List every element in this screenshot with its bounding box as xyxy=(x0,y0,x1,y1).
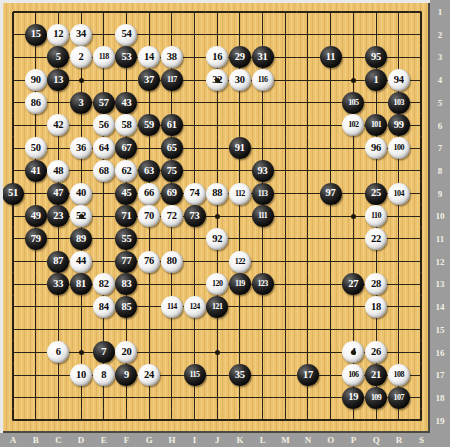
intersection-D6[interactable] xyxy=(70,114,93,137)
intersection-O18[interactable] xyxy=(319,386,342,409)
intersection-J6[interactable] xyxy=(206,114,229,137)
intersection-E15[interactable] xyxy=(92,318,115,341)
intersection-Q2[interactable] xyxy=(365,23,388,46)
intersection-L16[interactable] xyxy=(251,341,274,364)
intersection-G12[interactable]: 76 xyxy=(138,250,161,273)
intersection-A10[interactable] xyxy=(2,205,25,228)
intersection-R12[interactable] xyxy=(387,250,410,273)
intersection-C2[interactable]: 12 xyxy=(47,23,70,46)
intersection-K16[interactable] xyxy=(229,341,252,364)
intersection-N11[interactable] xyxy=(297,228,320,251)
intersection-O5[interactable] xyxy=(319,91,342,114)
intersection-D2[interactable]: 34 xyxy=(70,23,93,46)
intersection-I17[interactable]: 115 xyxy=(183,364,206,387)
intersection-E3[interactable]: 118 xyxy=(92,46,115,69)
intersection-I16[interactable] xyxy=(183,341,206,364)
intersection-Q4[interactable]: 1 xyxy=(365,69,388,92)
intersection-L7[interactable] xyxy=(251,137,274,160)
intersection-P5[interactable]: 105 xyxy=(342,91,365,114)
intersection-F10[interactable]: 71 xyxy=(115,205,138,228)
intersection-R5[interactable]: 103 xyxy=(387,91,410,114)
intersection-F12[interactable]: 77 xyxy=(115,250,138,273)
intersection-D1[interactable] xyxy=(70,1,93,24)
intersection-D18[interactable] xyxy=(70,386,93,409)
intersection-P6[interactable]: 102 xyxy=(342,114,365,137)
intersection-P2[interactable] xyxy=(342,23,365,46)
intersection-H11[interactable] xyxy=(160,228,183,251)
intersection-F19[interactable] xyxy=(115,409,138,432)
intersection-I1[interactable] xyxy=(183,1,206,24)
intersection-N5[interactable] xyxy=(297,91,320,114)
intersection-E17[interactable]: 8 xyxy=(92,364,115,387)
intersection-G15[interactable] xyxy=(138,318,161,341)
intersection-O2[interactable] xyxy=(319,23,342,46)
intersection-K11[interactable] xyxy=(229,228,252,251)
intersection-I5[interactable] xyxy=(183,91,206,114)
intersection-Q18[interactable]: 109 xyxy=(365,386,388,409)
intersection-M2[interactable] xyxy=(274,23,297,46)
intersection-N7[interactable] xyxy=(297,137,320,160)
intersection-J2[interactable] xyxy=(206,23,229,46)
intersection-P10[interactable] xyxy=(342,205,365,228)
intersection-A13[interactable] xyxy=(2,273,25,296)
intersection-C5[interactable] xyxy=(47,91,70,114)
intersection-D8[interactable] xyxy=(70,159,93,182)
intersection-M6[interactable] xyxy=(274,114,297,137)
intersection-D16[interactable] xyxy=(70,341,93,364)
intersection-D17[interactable]: 10 xyxy=(70,364,93,387)
intersection-L12[interactable] xyxy=(251,250,274,273)
intersection-O17[interactable] xyxy=(319,364,342,387)
intersection-O11[interactable] xyxy=(319,228,342,251)
intersection-P8[interactable] xyxy=(342,159,365,182)
intersection-P11[interactable] xyxy=(342,228,365,251)
intersection-P14[interactable] xyxy=(342,296,365,319)
intersection-K18[interactable] xyxy=(229,386,252,409)
intersection-P19[interactable] xyxy=(342,409,365,432)
intersection-I2[interactable] xyxy=(183,23,206,46)
intersection-C3[interactable]: 5 xyxy=(47,46,70,69)
intersection-Q14[interactable]: 18 xyxy=(365,296,388,319)
intersection-H6[interactable]: 61 xyxy=(160,114,183,137)
intersection-I7[interactable] xyxy=(183,137,206,160)
intersection-H8[interactable]: 75 xyxy=(160,159,183,182)
intersection-B1[interactable] xyxy=(24,1,47,24)
intersection-H7[interactable]: 65 xyxy=(160,137,183,160)
intersection-H18[interactable] xyxy=(160,386,183,409)
intersection-A9[interactable]: 51 xyxy=(2,182,25,205)
intersection-A8[interactable] xyxy=(2,159,25,182)
intersection-O1[interactable] xyxy=(319,1,342,24)
intersection-A3[interactable] xyxy=(2,46,25,69)
intersection-L1[interactable] xyxy=(251,1,274,24)
intersection-F2[interactable]: 54 xyxy=(115,23,138,46)
intersection-O9[interactable]: 97 xyxy=(319,182,342,205)
intersection-M5[interactable] xyxy=(274,91,297,114)
intersection-N10[interactable] xyxy=(297,205,320,228)
intersection-N2[interactable] xyxy=(297,23,320,46)
intersection-B18[interactable] xyxy=(24,386,47,409)
intersection-K15[interactable] xyxy=(229,318,252,341)
intersection-F16[interactable]: 20 xyxy=(115,341,138,364)
intersection-C19[interactable] xyxy=(47,409,70,432)
intersection-I8[interactable] xyxy=(183,159,206,182)
intersection-B19[interactable] xyxy=(24,409,47,432)
intersection-C17[interactable] xyxy=(47,364,70,387)
intersection-F14[interactable]: 85 xyxy=(115,296,138,319)
intersection-C10[interactable]: 23 xyxy=(47,205,70,228)
intersection-J10[interactable] xyxy=(206,205,229,228)
intersection-N4[interactable] xyxy=(297,69,320,92)
intersection-H17[interactable] xyxy=(160,364,183,387)
intersection-G16[interactable] xyxy=(138,341,161,364)
intersection-C6[interactable]: 42 xyxy=(47,114,70,137)
intersection-D3[interactable]: 2 xyxy=(70,46,93,69)
intersection-R19[interactable] xyxy=(387,409,410,432)
intersection-G19[interactable] xyxy=(138,409,161,432)
intersection-L19[interactable] xyxy=(251,409,274,432)
intersection-P18[interactable]: 19 xyxy=(342,386,365,409)
intersection-A19[interactable] xyxy=(2,409,25,432)
intersection-D4[interactable] xyxy=(70,69,93,92)
intersection-Q17[interactable]: 21 xyxy=(365,364,388,387)
intersection-R11[interactable] xyxy=(387,228,410,251)
intersection-I4[interactable] xyxy=(183,69,206,92)
intersection-L10[interactable]: 111 xyxy=(251,205,274,228)
intersection-K5[interactable] xyxy=(229,91,252,114)
intersection-N6[interactable] xyxy=(297,114,320,137)
intersection-I6[interactable] xyxy=(183,114,206,137)
intersection-G11[interactable] xyxy=(138,228,161,251)
intersection-M16[interactable] xyxy=(274,341,297,364)
intersection-L5[interactable] xyxy=(251,91,274,114)
intersection-M13[interactable] xyxy=(274,273,297,296)
intersection-K14[interactable] xyxy=(229,296,252,319)
intersection-F1[interactable] xyxy=(115,1,138,24)
intersection-J12[interactable] xyxy=(206,250,229,273)
intersection-J9[interactable]: 88 xyxy=(206,182,229,205)
intersection-K12[interactable]: 122 xyxy=(229,250,252,273)
intersection-R18[interactable]: 107 xyxy=(387,386,410,409)
intersection-P1[interactable] xyxy=(342,1,365,24)
intersection-B6[interactable] xyxy=(24,114,47,137)
intersection-I19[interactable] xyxy=(183,409,206,432)
intersection-G6[interactable]: 59 xyxy=(138,114,161,137)
intersection-E4[interactable] xyxy=(92,69,115,92)
intersection-M11[interactable] xyxy=(274,228,297,251)
intersection-B11[interactable]: 79 xyxy=(24,228,47,251)
intersection-R3[interactable] xyxy=(387,46,410,69)
intersection-C14[interactable] xyxy=(47,296,70,319)
intersection-J5[interactable] xyxy=(206,91,229,114)
intersection-C12[interactable]: 87 xyxy=(47,250,70,273)
intersection-F5[interactable]: 43 xyxy=(115,91,138,114)
intersection-C11[interactable] xyxy=(47,228,70,251)
intersection-O15[interactable] xyxy=(319,318,342,341)
intersection-P15[interactable] xyxy=(342,318,365,341)
intersection-Q11[interactable]: 22 xyxy=(365,228,388,251)
intersection-C18[interactable] xyxy=(47,386,70,409)
intersection-N15[interactable] xyxy=(297,318,320,341)
intersection-O16[interactable] xyxy=(319,341,342,364)
intersection-M9[interactable] xyxy=(274,182,297,205)
intersection-A4[interactable] xyxy=(2,69,25,92)
intersection-K10[interactable] xyxy=(229,205,252,228)
intersection-G5[interactable] xyxy=(138,91,161,114)
intersection-L9[interactable]: 113 xyxy=(251,182,274,205)
intersection-G10[interactable]: 70 xyxy=(138,205,161,228)
intersection-K4[interactable]: 30 xyxy=(229,69,252,92)
intersection-M12[interactable] xyxy=(274,250,297,273)
intersection-R8[interactable] xyxy=(387,159,410,182)
intersection-F13[interactable]: 83 xyxy=(115,273,138,296)
intersection-A18[interactable] xyxy=(2,386,25,409)
intersection-G18[interactable] xyxy=(138,386,161,409)
intersection-I18[interactable] xyxy=(183,386,206,409)
intersection-E18[interactable] xyxy=(92,386,115,409)
intersection-B17[interactable] xyxy=(24,364,47,387)
intersection-H19[interactable] xyxy=(160,409,183,432)
intersection-N18[interactable] xyxy=(297,386,320,409)
intersection-A15[interactable] xyxy=(2,318,25,341)
intersection-O3[interactable]: 11 xyxy=(319,46,342,69)
intersection-J8[interactable] xyxy=(206,159,229,182)
intersection-B10[interactable]: 49 xyxy=(24,205,47,228)
intersection-H12[interactable]: 80 xyxy=(160,250,183,273)
intersection-C16[interactable]: 6 xyxy=(47,341,70,364)
intersection-O4[interactable] xyxy=(319,69,342,92)
intersection-L17[interactable] xyxy=(251,364,274,387)
intersection-J14[interactable]: 121 xyxy=(206,296,229,319)
intersection-O6[interactable] xyxy=(319,114,342,137)
intersection-P13[interactable]: 27 xyxy=(342,273,365,296)
intersection-B12[interactable] xyxy=(24,250,47,273)
intersection-B16[interactable] xyxy=(24,341,47,364)
intersection-D15[interactable] xyxy=(70,318,93,341)
intersection-O13[interactable] xyxy=(319,273,342,296)
intersection-K3[interactable]: 29 xyxy=(229,46,252,69)
intersection-H14[interactable]: 114 xyxy=(160,296,183,319)
intersection-A12[interactable] xyxy=(2,250,25,273)
intersection-Q1[interactable] xyxy=(365,1,388,24)
intersection-C9[interactable]: 47 xyxy=(47,182,70,205)
intersection-N16[interactable] xyxy=(297,341,320,364)
intersection-P3[interactable] xyxy=(342,46,365,69)
intersection-Q5[interactable] xyxy=(365,91,388,114)
intersection-L18[interactable] xyxy=(251,386,274,409)
intersection-I10[interactable]: 73 xyxy=(183,205,206,228)
intersection-E13[interactable]: 82 xyxy=(92,273,115,296)
intersection-F4[interactable] xyxy=(115,69,138,92)
intersection-F11[interactable]: 55 xyxy=(115,228,138,251)
intersection-M4[interactable] xyxy=(274,69,297,92)
intersection-C7[interactable] xyxy=(47,137,70,160)
intersection-I14[interactable]: 124 xyxy=(183,296,206,319)
intersection-J4[interactable]: 32 xyxy=(206,69,229,92)
intersection-D10[interactable]: 52 xyxy=(70,205,93,228)
intersection-M8[interactable] xyxy=(274,159,297,182)
intersection-N8[interactable] xyxy=(297,159,320,182)
intersection-O19[interactable] xyxy=(319,409,342,432)
intersection-R6[interactable]: 99 xyxy=(387,114,410,137)
intersection-A5[interactable] xyxy=(2,91,25,114)
intersection-A11[interactable] xyxy=(2,228,25,251)
intersection-Q12[interactable] xyxy=(365,250,388,273)
intersection-G2[interactable] xyxy=(138,23,161,46)
intersection-D19[interactable] xyxy=(70,409,93,432)
intersection-A2[interactable] xyxy=(2,23,25,46)
intersection-J11[interactable]: 92 xyxy=(206,228,229,251)
intersection-R14[interactable] xyxy=(387,296,410,319)
intersection-N9[interactable] xyxy=(297,182,320,205)
intersection-M7[interactable] xyxy=(274,137,297,160)
intersection-H4[interactable]: 117 xyxy=(160,69,183,92)
intersection-L2[interactable] xyxy=(251,23,274,46)
intersection-Q3[interactable]: 95 xyxy=(365,46,388,69)
intersection-E7[interactable]: 64 xyxy=(92,137,115,160)
intersection-L6[interactable] xyxy=(251,114,274,137)
intersection-J17[interactable] xyxy=(206,364,229,387)
intersection-A6[interactable] xyxy=(2,114,25,137)
intersection-B9[interactable] xyxy=(24,182,47,205)
intersection-E14[interactable]: 84 xyxy=(92,296,115,319)
intersection-B3[interactable] xyxy=(24,46,47,69)
intersection-E11[interactable] xyxy=(92,228,115,251)
intersection-K1[interactable] xyxy=(229,1,252,24)
intersection-N19[interactable] xyxy=(297,409,320,432)
intersection-F3[interactable]: 53 xyxy=(115,46,138,69)
intersection-A14[interactable] xyxy=(2,296,25,319)
intersection-G17[interactable]: 24 xyxy=(138,364,161,387)
intersection-C4[interactable]: 13 xyxy=(47,69,70,92)
intersection-H3[interactable]: 38 xyxy=(160,46,183,69)
intersection-I11[interactable] xyxy=(183,228,206,251)
intersection-D11[interactable]: 89 xyxy=(70,228,93,251)
intersection-Q13[interactable]: 28 xyxy=(365,273,388,296)
intersection-R1[interactable] xyxy=(387,1,410,24)
intersection-J1[interactable] xyxy=(206,1,229,24)
intersection-O12[interactable] xyxy=(319,250,342,273)
intersection-G4[interactable]: 37 xyxy=(138,69,161,92)
intersection-N13[interactable] xyxy=(297,273,320,296)
intersection-K17[interactable]: 35 xyxy=(229,364,252,387)
intersection-H1[interactable] xyxy=(160,1,183,24)
intersection-M10[interactable] xyxy=(274,205,297,228)
intersection-D14[interactable] xyxy=(70,296,93,319)
intersection-L14[interactable] xyxy=(251,296,274,319)
intersection-E6[interactable]: 56 xyxy=(92,114,115,137)
intersection-G14[interactable] xyxy=(138,296,161,319)
intersection-Q15[interactable] xyxy=(365,318,388,341)
intersection-P7[interactable] xyxy=(342,137,365,160)
intersection-M15[interactable] xyxy=(274,318,297,341)
intersection-C1[interactable] xyxy=(47,1,70,24)
intersection-P4[interactable] xyxy=(342,69,365,92)
intersection-I3[interactable] xyxy=(183,46,206,69)
intersection-M17[interactable] xyxy=(274,364,297,387)
intersection-A1[interactable] xyxy=(2,1,25,24)
intersection-J3[interactable]: 16 xyxy=(206,46,229,69)
intersection-I13[interactable] xyxy=(183,273,206,296)
intersection-G8[interactable]: 63 xyxy=(138,159,161,182)
intersection-Q10[interactable]: 110 xyxy=(365,205,388,228)
intersection-G9[interactable]: 66 xyxy=(138,182,161,205)
intersection-B13[interactable] xyxy=(24,273,47,296)
intersection-Q6[interactable]: 101 xyxy=(365,114,388,137)
intersection-R10[interactable] xyxy=(387,205,410,228)
intersection-M19[interactable] xyxy=(274,409,297,432)
intersection-K6[interactable] xyxy=(229,114,252,137)
intersection-H2[interactable] xyxy=(160,23,183,46)
intersection-C13[interactable]: 33 xyxy=(47,273,70,296)
intersection-E8[interactable]: 68 xyxy=(92,159,115,182)
intersection-R7[interactable]: 100 xyxy=(387,137,410,160)
intersection-N14[interactable] xyxy=(297,296,320,319)
intersection-B7[interactable]: 50 xyxy=(24,137,47,160)
intersection-Q19[interactable] xyxy=(365,409,388,432)
intersection-R13[interactable] xyxy=(387,273,410,296)
intersection-N3[interactable] xyxy=(297,46,320,69)
intersection-A17[interactable] xyxy=(2,364,25,387)
intersection-Q9[interactable]: 25 xyxy=(365,182,388,205)
intersection-A7[interactable] xyxy=(2,137,25,160)
intersection-R16[interactable] xyxy=(387,341,410,364)
intersection-P12[interactable] xyxy=(342,250,365,273)
intersection-M14[interactable] xyxy=(274,296,297,319)
intersection-J13[interactable]: 120 xyxy=(206,273,229,296)
intersection-H10[interactable]: 72 xyxy=(160,205,183,228)
intersection-P9[interactable] xyxy=(342,182,365,205)
intersection-E16[interactable]: 7 xyxy=(92,341,115,364)
intersection-O10[interactable] xyxy=(319,205,342,228)
intersection-N1[interactable] xyxy=(297,1,320,24)
intersection-H9[interactable]: 69 xyxy=(160,182,183,205)
intersection-D13[interactable]: 81 xyxy=(70,273,93,296)
intersection-D12[interactable]: 44 xyxy=(70,250,93,273)
intersection-H5[interactable] xyxy=(160,91,183,114)
intersection-G3[interactable]: 14 xyxy=(138,46,161,69)
intersection-B2[interactable]: 15 xyxy=(24,23,47,46)
intersection-Q7[interactable]: 96 xyxy=(365,137,388,160)
intersection-E1[interactable] xyxy=(92,1,115,24)
intersection-F7[interactable]: 67 xyxy=(115,137,138,160)
intersection-M3[interactable] xyxy=(274,46,297,69)
intersection-F8[interactable]: 62 xyxy=(115,159,138,182)
intersection-R9[interactable]: 104 xyxy=(387,182,410,205)
intersection-D5[interactable]: 3 xyxy=(70,91,93,114)
intersection-I12[interactable] xyxy=(183,250,206,273)
intersection-F6[interactable]: 58 xyxy=(115,114,138,137)
intersection-O14[interactable] xyxy=(319,296,342,319)
intersection-B14[interactable] xyxy=(24,296,47,319)
intersection-J16[interactable] xyxy=(206,341,229,364)
intersection-F17[interactable]: 9 xyxy=(115,364,138,387)
intersection-F15[interactable] xyxy=(115,318,138,341)
intersection-K8[interactable] xyxy=(229,159,252,182)
intersection-J18[interactable] xyxy=(206,386,229,409)
intersection-P17[interactable]: 106 xyxy=(342,364,365,387)
intersection-L13[interactable]: 123 xyxy=(251,273,274,296)
intersection-C8[interactable]: 48 xyxy=(47,159,70,182)
intersection-K9[interactable]: 112 xyxy=(229,182,252,205)
intersection-H13[interactable] xyxy=(160,273,183,296)
intersection-E12[interactable] xyxy=(92,250,115,273)
intersection-K2[interactable] xyxy=(229,23,252,46)
intersection-G7[interactable] xyxy=(138,137,161,160)
intersection-H16[interactable] xyxy=(160,341,183,364)
intersection-N17[interactable]: 17 xyxy=(297,364,320,387)
intersection-C15[interactable] xyxy=(47,318,70,341)
